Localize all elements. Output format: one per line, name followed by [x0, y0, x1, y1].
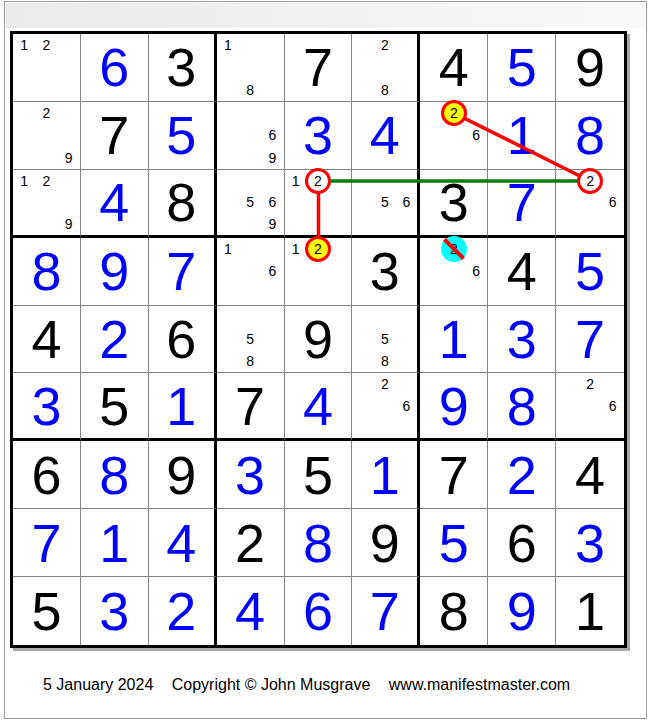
candidate-empty [217, 282, 239, 304]
cell-r2c3[interactable]: 5 [149, 102, 217, 170]
candidate-empty [465, 238, 487, 260]
solved-digit: 8 [285, 509, 352, 576]
given-digit: 4 [556, 441, 624, 508]
candidates: 569 [217, 170, 284, 235]
given-digit: 7 [81, 102, 148, 169]
candidate-empty [217, 191, 239, 213]
candidate-9: 9 [58, 146, 80, 168]
cell-r9c2[interactable]: 3 [81, 577, 149, 645]
candidates: 69 [217, 102, 284, 169]
cell-r4c9[interactable]: 5 [556, 238, 624, 306]
candidate-empty [579, 191, 602, 213]
cell-r8c6[interactable]: 9 [352, 509, 420, 577]
cell-r2c8[interactable]: 1 [488, 102, 556, 170]
candidate-empty [443, 282, 465, 304]
given-digit: 4 [420, 34, 487, 101]
cell-r4c5[interactable]: 12 [285, 238, 353, 306]
candidate-2: 2 [374, 34, 396, 56]
candidate-2-yellow-circle: 2 [443, 102, 465, 124]
cell-r6c1[interactable]: 3 [13, 373, 81, 441]
cell-r9c3[interactable]: 2 [149, 577, 217, 645]
candidates: 56 [352, 170, 417, 235]
cell-r5c3[interactable]: 6 [149, 306, 217, 374]
footer: 5 January 2024 Copyright © John Musgrave… [43, 676, 570, 694]
candidate-empty [329, 260, 351, 282]
candidates: 58 [217, 306, 284, 373]
candidate-empty [217, 306, 239, 328]
cell-r8c2[interactable]: 1 [81, 509, 149, 577]
candidate-empty [239, 306, 261, 328]
cell-r6c9[interactable]: 26 [556, 373, 624, 441]
solved-digit: 1 [488, 102, 555, 169]
candidate-empty [13, 102, 35, 124]
solved-digit: 3 [285, 102, 352, 169]
solved-digit: 1 [81, 509, 148, 576]
candidate-empty [352, 417, 374, 439]
cell-r9c4[interactable]: 4 [217, 577, 285, 645]
candidate-empty [217, 260, 239, 282]
candidates: 28 [352, 34, 417, 101]
candidate-empty [420, 102, 442, 124]
candidate-empty [307, 191, 329, 213]
cell-r6c2[interactable]: 5 [81, 373, 149, 441]
given-digit: 7 [420, 441, 487, 508]
candidate-empty [329, 282, 351, 304]
solved-digit: 4 [352, 102, 417, 169]
candidate-empty [239, 260, 261, 282]
cell-r5c2[interactable]: 2 [81, 306, 149, 374]
solved-digit: 8 [81, 441, 148, 508]
candidate-2: 2 [35, 102, 57, 124]
candidate-empty [396, 170, 418, 192]
candidate-2: 2 [374, 373, 396, 395]
candidates: 12 [13, 34, 80, 101]
cell-r7c6[interactable]: 1 [352, 441, 420, 509]
cell-r1c8[interactable]: 5 [488, 34, 556, 102]
solved-digit: 7 [13, 509, 80, 576]
candidate-empty [443, 124, 465, 146]
candidate-empty [58, 34, 80, 56]
candidates: 29 [13, 102, 80, 169]
cell-r1c4[interactable]: 18 [217, 34, 285, 102]
cell-r7c2[interactable]: 8 [81, 441, 149, 509]
candidate-empty [352, 306, 374, 328]
cell-r3c7[interactable]: 3 [420, 170, 488, 238]
candidate-empty [35, 213, 57, 235]
cell-r1c7[interactable]: 4 [420, 34, 488, 102]
candidate-empty [217, 79, 239, 101]
candidate-5: 5 [239, 191, 261, 213]
solved-digit: 3 [81, 577, 148, 645]
given-digit: 2 [217, 509, 284, 576]
candidate-empty [352, 373, 374, 395]
cell-r7c8[interactable]: 2 [488, 441, 556, 509]
cell-r1c9[interactable]: 9 [556, 34, 624, 102]
cell-r4c7[interactable]: 26 [420, 238, 488, 306]
cell-r5c8[interactable]: 3 [488, 306, 556, 374]
cell-r7c4[interactable]: 3 [217, 441, 285, 509]
cell-r9c1[interactable]: 5 [13, 577, 81, 645]
candidate-empty [239, 146, 261, 168]
candidate-empty [579, 213, 602, 235]
candidate-6: 6 [396, 395, 418, 417]
given-digit: 9 [149, 441, 214, 508]
candidate-empty [285, 213, 307, 235]
candidate-8: 8 [374, 79, 396, 101]
candidate-empty [420, 260, 442, 282]
candidate-empty [556, 213, 579, 235]
cell-r9c6[interactable]: 7 [352, 577, 420, 645]
cell-r8c9[interactable]: 3 [556, 509, 624, 577]
cell-r4c8[interactable]: 4 [488, 238, 556, 306]
solved-digit: 1 [149, 373, 214, 438]
candidate-2: 2 [579, 373, 602, 395]
cell-r3c3[interactable]: 8 [149, 170, 217, 238]
candidate-empty [443, 146, 465, 168]
candidate-8: 8 [239, 79, 261, 101]
candidate-empty [329, 213, 351, 235]
solved-digit: 6 [81, 34, 148, 101]
cell-r4c6[interactable]: 3 [352, 238, 420, 306]
cell-r2c6[interactable]: 4 [352, 102, 420, 170]
given-digit: 8 [149, 170, 214, 235]
candidates: 18 [217, 34, 284, 101]
cell-r3c1[interactable]: 129 [13, 170, 81, 238]
solved-digit: 5 [556, 238, 624, 305]
sudoku-board: 1263187284592975693426181294856912563726… [10, 31, 627, 648]
candidates: 58 [352, 306, 417, 373]
cell-r9c9[interactable]: 1 [556, 577, 624, 645]
candidate-2: 2 [35, 34, 57, 56]
given-digit: 4 [488, 238, 555, 305]
candidate-empty [261, 238, 283, 260]
cell-r2c7[interactable]: 26 [420, 102, 488, 170]
candidate-empty [396, 79, 418, 101]
cell-r4c4[interactable]: 16 [217, 238, 285, 306]
candidate-empty [420, 282, 442, 304]
candidate-5: 5 [239, 328, 261, 350]
cell-r4c1[interactable]: 8 [13, 238, 81, 306]
candidate-empty [13, 213, 35, 235]
cell-r8c4[interactable]: 2 [217, 509, 285, 577]
candidate-empty [601, 417, 624, 439]
candidate-empty [396, 56, 418, 78]
candidate-9: 9 [261, 213, 283, 235]
cell-r6c6[interactable]: 26 [352, 373, 420, 441]
solved-digit: 5 [420, 509, 487, 576]
candidate-1: 1 [285, 170, 307, 192]
footer-copyright: Copyright © John Musgrave [172, 676, 371, 693]
candidate-empty [35, 124, 57, 146]
candidate-empty [396, 328, 418, 350]
candidate-empty [217, 124, 239, 146]
solved-digit: 2 [488, 441, 555, 508]
candidate-empty [285, 282, 307, 304]
candidate-1: 1 [13, 34, 35, 56]
cell-r6c8[interactable]: 8 [488, 373, 556, 441]
candidate-empty [261, 170, 283, 192]
candidates: 129 [13, 170, 80, 235]
candidate-2-red-ring: 2 [307, 170, 329, 192]
solved-digit: 6 [285, 577, 352, 645]
solved-digit: 9 [420, 373, 487, 438]
given-digit: 7 [217, 373, 284, 438]
candidate-empty [443, 260, 465, 282]
candidate-8: 8 [239, 350, 261, 372]
cell-r2c5[interactable]: 3 [285, 102, 353, 170]
cell-r2c2[interactable]: 7 [81, 102, 149, 170]
candidate-empty [374, 213, 396, 235]
candidate-empty [58, 102, 80, 124]
cell-r5c7[interactable]: 1 [420, 306, 488, 374]
candidates: 12 [285, 170, 352, 235]
solved-digit: 5 [149, 102, 214, 169]
candidate-empty [352, 395, 374, 417]
candidate-empty [239, 238, 261, 260]
candidate-8: 8 [374, 350, 396, 372]
candidate-empty [352, 328, 374, 350]
cell-r5c9[interactable]: 7 [556, 306, 624, 374]
candidate-empty [374, 417, 396, 439]
candidate-empty [58, 170, 80, 192]
cell-r9c8[interactable]: 9 [488, 577, 556, 645]
given-digit: 6 [13, 441, 80, 508]
given-digit: 5 [81, 373, 148, 438]
cell-r7c5[interactable]: 5 [285, 441, 353, 509]
cell-r5c1[interactable]: 4 [13, 306, 81, 374]
candidate-empty [285, 260, 307, 282]
cell-r1c6[interactable]: 28 [352, 34, 420, 102]
solved-digit: 8 [488, 373, 555, 438]
candidate-empty [261, 328, 283, 350]
candidate-empty [352, 350, 374, 372]
candidate-empty [556, 170, 579, 192]
cell-r7c3[interactable]: 9 [149, 441, 217, 509]
cell-r8c3[interactable]: 4 [149, 509, 217, 577]
candidate-empty [307, 260, 329, 282]
cell-r9c5[interactable]: 6 [285, 577, 353, 645]
candidate-9: 9 [261, 146, 283, 168]
candidate-empty [217, 328, 239, 350]
candidate-empty [239, 282, 261, 304]
candidate-empty [58, 124, 80, 146]
candidate-empty [465, 102, 487, 124]
candidate-empty [352, 213, 374, 235]
candidate-empty [261, 79, 283, 101]
given-digit: 3 [149, 34, 214, 101]
given-digit: 3 [420, 170, 487, 235]
candidate-1: 1 [217, 34, 239, 56]
candidate-empty [374, 395, 396, 417]
given-digit: 5 [285, 441, 352, 508]
candidates: 16 [217, 238, 284, 305]
candidate-empty [396, 373, 418, 395]
cell-r2c1[interactable]: 29 [13, 102, 81, 170]
given-digit: 3 [352, 238, 417, 305]
candidate-1: 1 [217, 238, 239, 260]
cell-r3c6[interactable]: 56 [352, 170, 420, 238]
cell-r7c7[interactable]: 7 [420, 441, 488, 509]
candidates: 26 [352, 373, 417, 438]
cell-r9c7[interactable]: 8 [420, 577, 488, 645]
candidate-empty [329, 170, 351, 192]
cell-r5c6[interactable]: 58 [352, 306, 420, 374]
candidate-empty [217, 102, 239, 124]
cell-r6c5[interactable]: 4 [285, 373, 353, 441]
cell-r5c5[interactable]: 9 [285, 306, 353, 374]
solved-digit: 3 [488, 306, 555, 373]
candidate-empty [239, 213, 261, 235]
candidate-empty [217, 350, 239, 372]
cell-r2c9[interactable]: 8 [556, 102, 624, 170]
candidate-9: 9 [58, 213, 80, 235]
given-digit: 4 [13, 306, 80, 373]
cell-r2c4[interactable]: 69 [217, 102, 285, 170]
candidate-5: 5 [374, 328, 396, 350]
candidate-empty [285, 191, 307, 213]
cell-r3c2[interactable]: 4 [81, 170, 149, 238]
candidate-6: 6 [261, 260, 283, 282]
candidate-empty [217, 213, 239, 235]
cell-r1c2[interactable]: 6 [81, 34, 149, 102]
candidate-empty [35, 79, 57, 101]
cell-r3c8[interactable]: 7 [488, 170, 556, 238]
candidate-empty [13, 146, 35, 168]
cell-r3c9[interactable]: 26 [556, 170, 624, 238]
cell-r7c1[interactable]: 6 [13, 441, 81, 509]
candidate-empty [396, 306, 418, 328]
solved-digit: 4 [217, 577, 284, 645]
candidates: 26 [420, 102, 487, 169]
cell-r5c4[interactable]: 58 [217, 306, 285, 374]
cell-r6c3[interactable]: 1 [149, 373, 217, 441]
cell-r8c5[interactable]: 8 [285, 509, 353, 577]
candidate-6: 6 [601, 191, 624, 213]
candidate-6: 6 [261, 124, 283, 146]
cell-r7c9[interactable]: 4 [556, 441, 624, 509]
candidate-2-red-ring: 2 [579, 170, 602, 192]
candidate-empty [261, 306, 283, 328]
candidate-empty [239, 170, 261, 192]
candidate-empty [217, 146, 239, 168]
candidate-1: 1 [285, 238, 307, 260]
given-digit: 6 [488, 509, 555, 576]
candidate-empty [396, 213, 418, 235]
cell-r8c8[interactable]: 6 [488, 509, 556, 577]
candidate-empty [217, 170, 239, 192]
candidate-empty [396, 350, 418, 372]
candidate-empty [307, 213, 329, 235]
cell-r1c1[interactable]: 12 [13, 34, 81, 102]
candidate-6: 6 [465, 260, 487, 282]
candidate-empty [465, 282, 487, 304]
given-digit: 9 [556, 34, 624, 101]
candidate-6: 6 [465, 124, 487, 146]
candidate-empty [374, 170, 396, 192]
solved-digit: 7 [352, 577, 417, 645]
footer-url: www.manifestmaster.com [389, 676, 570, 693]
solved-digit: 3 [217, 441, 284, 508]
candidate-empty [261, 102, 283, 124]
candidate-empty [217, 56, 239, 78]
candidate-empty [556, 191, 579, 213]
cell-r3c5[interactable]: 12 [285, 170, 353, 238]
candidate-empty [465, 146, 487, 168]
given-digit: 6 [149, 306, 214, 373]
candidates: 26 [556, 373, 624, 438]
candidate-empty [374, 306, 396, 328]
solved-digit: 9 [488, 577, 555, 645]
given-digit: 1 [556, 577, 624, 645]
candidate-empty [352, 191, 374, 213]
solved-digit: 8 [556, 102, 624, 169]
solved-digit: 2 [149, 577, 214, 645]
solved-digit: 7 [488, 170, 555, 235]
solved-digit: 4 [285, 373, 352, 438]
given-digit: 7 [285, 34, 352, 101]
candidate-empty [261, 350, 283, 372]
candidate-2: 2 [35, 170, 57, 192]
cell-r8c1[interactable]: 7 [13, 509, 81, 577]
solved-digit: 3 [556, 509, 624, 576]
candidate-empty [261, 282, 283, 304]
cell-r1c5[interactable]: 7 [285, 34, 353, 102]
given-digit: 5 [13, 577, 80, 645]
cell-r3c4[interactable]: 569 [217, 170, 285, 238]
candidate-empty [239, 124, 261, 146]
solved-digit: 8 [13, 238, 80, 305]
candidate-empty [13, 79, 35, 101]
solved-digit: 3 [13, 373, 80, 438]
candidate-empty [239, 56, 261, 78]
candidate-empty [13, 124, 35, 146]
solved-digit: 4 [149, 509, 214, 576]
candidate-empty [58, 79, 80, 101]
candidates: 26 [556, 170, 624, 235]
candidate-empty [329, 238, 351, 260]
solved-digit: 2 [81, 306, 148, 373]
cell-r4c3[interactable]: 7 [149, 238, 217, 306]
candidate-empty [396, 417, 418, 439]
solved-digit: 7 [556, 306, 624, 373]
cell-r4c2[interactable]: 9 [81, 238, 149, 306]
cell-r1c3[interactable]: 3 [149, 34, 217, 102]
candidate-empty [261, 34, 283, 56]
candidate-1: 1 [13, 170, 35, 192]
candidate-empty [13, 191, 35, 213]
candidate-empty [58, 56, 80, 78]
solved-digit: 9 [81, 238, 148, 305]
candidate-2-yellow-circle: 2 [307, 238, 329, 260]
candidate-empty [239, 34, 261, 56]
candidate-empty [352, 170, 374, 192]
candidate-empty [352, 79, 374, 101]
candidate-empty [601, 373, 624, 395]
candidate-empty [352, 34, 374, 56]
candidate-empty [579, 395, 602, 417]
candidates: 26 [420, 238, 487, 305]
cell-r6c4[interactable]: 7 [217, 373, 285, 441]
candidate-empty [420, 238, 442, 260]
candidate-empty [35, 191, 57, 213]
candidate-empty [13, 56, 35, 78]
cell-r8c7[interactable]: 5 [420, 509, 488, 577]
header-bar [6, 3, 644, 28]
cell-r6c7[interactable]: 9 [420, 373, 488, 441]
candidate-empty [374, 56, 396, 78]
candidate-empty [556, 373, 579, 395]
candidate-empty [601, 170, 624, 192]
